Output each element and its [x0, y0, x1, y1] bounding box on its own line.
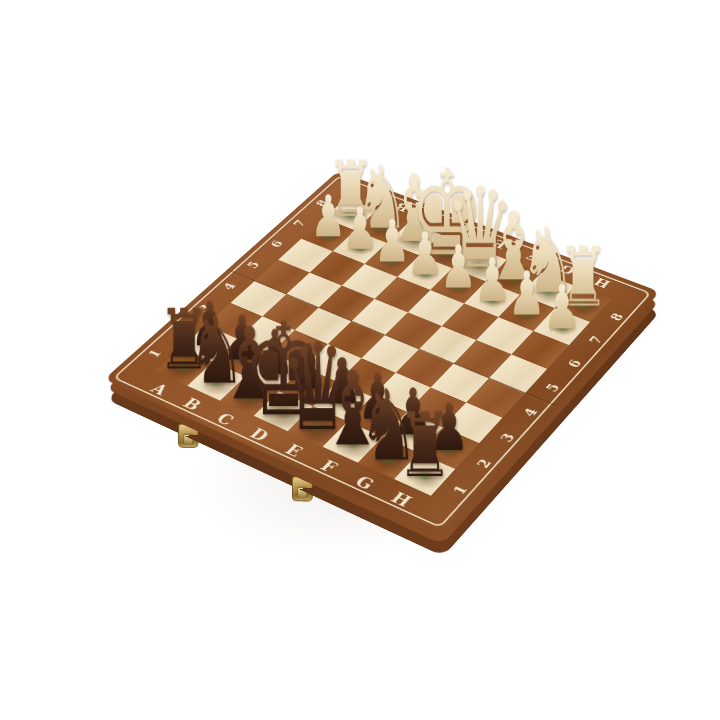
scene-3d: ♜♞♝♚♛♝♞♜♟♟♟♟♟♟♟♟♟♟♟♟♟♟♟♟♜♞♝♚♛♝♞♜ ABCDEFG…	[0, 0, 720, 720]
square-h7[interactable]: ♟	[533, 308, 590, 345]
chessboard: ♜♞♝♚♛♝♞♜♟♟♟♟♟♟♟♟♟♟♟♟♟♟♟♟♜♞♝♚♛♝♞♜ ABCDEFG…	[104, 171, 660, 535]
product-photo: ♜♞♝♚♛♝♞♜♟♟♟♟♟♟♟♟♟♟♟♟♟♟♟♟♜♞♝♚♛♝♞♜ ABCDEFG…	[0, 0, 720, 720]
board-top-face: ♜♞♝♚♛♝♞♜♟♟♟♟♟♟♟♟♟♟♟♟♟♟♟♟♜♞♝♚♛♝♞♜ ABCDEFG…	[104, 171, 660, 535]
